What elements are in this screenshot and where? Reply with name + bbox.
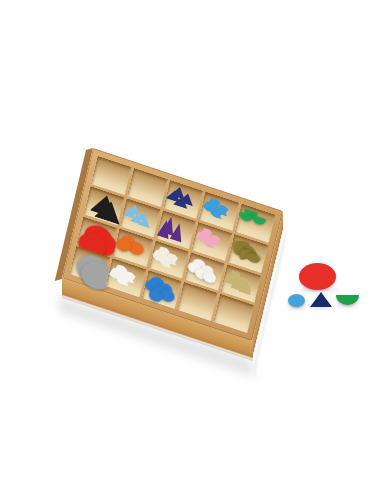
green-crescents-piece	[251, 215, 266, 226]
white-circles-piece	[202, 270, 217, 285]
olive-leaves-piece	[245, 250, 261, 265]
loose-red-circle	[299, 263, 336, 290]
loose-blue-circle	[288, 294, 305, 307]
loose-dark-blue-triangle	[310, 292, 332, 307]
product-photo	[0, 0, 381, 492]
